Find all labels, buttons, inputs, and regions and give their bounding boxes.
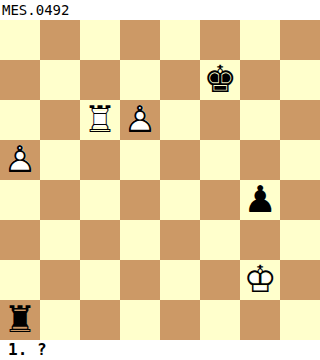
square-a2[interactable] <box>0 260 40 300</box>
move-prompt: 1. ? <box>0 340 320 360</box>
square-h5[interactable] <box>280 140 320 180</box>
square-a5[interactable]: ♟♙ <box>0 140 40 180</box>
square-g3[interactable] <box>240 220 280 260</box>
square-g8[interactable] <box>240 20 280 60</box>
square-f3[interactable] <box>200 220 240 260</box>
square-c6[interactable]: ♜♖ <box>80 100 120 140</box>
square-h8[interactable] <box>280 20 320 60</box>
square-e8[interactable] <box>160 20 200 60</box>
square-e2[interactable] <box>160 260 200 300</box>
square-b5[interactable] <box>40 140 80 180</box>
square-c5[interactable] <box>80 140 120 180</box>
square-d6[interactable]: ♟♙ <box>120 100 160 140</box>
square-e6[interactable] <box>160 100 200 140</box>
square-h7[interactable] <box>280 60 320 100</box>
square-f5[interactable] <box>200 140 240 180</box>
square-e4[interactable] <box>160 180 200 220</box>
square-f7[interactable]: ♚ <box>200 60 240 100</box>
square-b3[interactable] <box>40 220 80 260</box>
square-e3[interactable] <box>160 220 200 260</box>
square-b2[interactable] <box>40 260 80 300</box>
square-b6[interactable] <box>40 100 80 140</box>
square-c7[interactable] <box>80 60 120 100</box>
square-a8[interactable] <box>0 20 40 60</box>
square-d5[interactable] <box>120 140 160 180</box>
square-b4[interactable] <box>40 180 80 220</box>
square-f4[interactable] <box>200 180 240 220</box>
square-a6[interactable] <box>0 100 40 140</box>
white-rook: ♜♖ <box>80 100 120 140</box>
square-c1[interactable] <box>80 300 120 340</box>
square-e1[interactable] <box>160 300 200 340</box>
white-pawn: ♟♙ <box>120 100 160 140</box>
square-b7[interactable] <box>40 60 80 100</box>
square-h6[interactable] <box>280 100 320 140</box>
square-c4[interactable] <box>80 180 120 220</box>
square-g6[interactable] <box>240 100 280 140</box>
square-g2[interactable]: ♚♔ <box>240 260 280 300</box>
square-d4[interactable] <box>120 180 160 220</box>
square-a7[interactable] <box>0 60 40 100</box>
square-d7[interactable] <box>120 60 160 100</box>
square-d3[interactable] <box>120 220 160 260</box>
square-f8[interactable] <box>200 20 240 60</box>
square-d8[interactable] <box>120 20 160 60</box>
square-d2[interactable] <box>120 260 160 300</box>
black-rook: ♜ <box>0 300 40 340</box>
square-g4[interactable]: ♟ <box>240 180 280 220</box>
square-e5[interactable] <box>160 140 200 180</box>
square-h4[interactable] <box>280 180 320 220</box>
square-f2[interactable] <box>200 260 240 300</box>
square-h1[interactable] <box>280 300 320 340</box>
square-b1[interactable] <box>40 300 80 340</box>
square-f1[interactable] <box>200 300 240 340</box>
square-a1[interactable]: ♜ <box>0 300 40 340</box>
square-e7[interactable] <box>160 60 200 100</box>
square-d1[interactable] <box>120 300 160 340</box>
white-pawn: ♟♙ <box>0 140 40 180</box>
square-g7[interactable] <box>240 60 280 100</box>
square-g1[interactable] <box>240 300 280 340</box>
square-a3[interactable] <box>0 220 40 260</box>
square-h2[interactable] <box>280 260 320 300</box>
white-king: ♚♔ <box>240 260 280 300</box>
square-c3[interactable] <box>80 220 120 260</box>
chess-board: ♚♜♖♟♙♟♙♟♚♔♜ <box>0 20 320 340</box>
square-h3[interactable] <box>280 220 320 260</box>
square-g5[interactable] <box>240 140 280 180</box>
square-c2[interactable] <box>80 260 120 300</box>
puzzle-title: MES.0492 <box>0 0 320 20</box>
square-f6[interactable] <box>200 100 240 140</box>
black-pawn: ♟ <box>240 180 280 220</box>
square-b8[interactable] <box>40 20 80 60</box>
square-c8[interactable] <box>80 20 120 60</box>
square-a4[interactable] <box>0 180 40 220</box>
black-king: ♚ <box>200 60 240 100</box>
